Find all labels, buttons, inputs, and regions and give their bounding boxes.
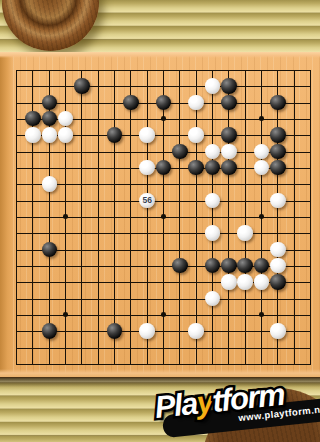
white-stone	[205, 78, 220, 93]
white-stone	[188, 95, 203, 110]
board-point	[204, 258, 220, 274]
black-stone	[42, 242, 57, 257]
white-stone	[254, 274, 269, 289]
board-point	[155, 160, 171, 176]
star-point	[57, 307, 73, 323]
star-point-dot	[161, 116, 166, 121]
board-point	[221, 258, 237, 274]
board-point	[57, 127, 73, 143]
white-stone	[188, 127, 203, 142]
board-point	[41, 94, 57, 110]
white-stone	[58, 127, 73, 142]
white-stone	[270, 323, 285, 338]
white-stone	[221, 144, 236, 159]
star-point-dot	[259, 312, 264, 317]
board-point	[41, 176, 57, 192]
white-stone	[254, 144, 269, 159]
board-point	[204, 192, 220, 208]
white-stone	[237, 225, 252, 240]
last-move-number: 56	[142, 196, 151, 205]
black-stone	[221, 95, 236, 110]
board-point	[270, 94, 286, 110]
star-point	[155, 209, 171, 225]
board-intersections[interactable]: 56	[8, 62, 318, 372]
board-point	[221, 274, 237, 290]
board-point	[25, 111, 41, 127]
white-stone	[270, 193, 285, 208]
star-point	[155, 307, 171, 323]
board-point	[221, 160, 237, 176]
white-stone	[42, 127, 57, 142]
board-point	[41, 323, 57, 339]
board-point	[172, 143, 188, 159]
black-stone	[270, 127, 285, 142]
board-point	[41, 241, 57, 257]
black-stone	[270, 95, 285, 110]
board-point	[106, 127, 122, 143]
board-point	[253, 258, 269, 274]
board-point	[204, 225, 220, 241]
white-stone	[139, 127, 154, 142]
board-point	[123, 94, 139, 110]
white-stone	[42, 176, 57, 191]
black-stone	[188, 160, 203, 175]
board-point	[139, 160, 155, 176]
black-stone	[270, 274, 285, 289]
board-point	[172, 258, 188, 274]
board-point	[139, 127, 155, 143]
black-stone	[156, 160, 171, 175]
board-point	[270, 192, 286, 208]
board-point	[237, 225, 253, 241]
black-stone	[172, 144, 187, 159]
board-point	[270, 241, 286, 257]
board-point: 56	[139, 192, 155, 208]
black-stone	[42, 323, 57, 338]
black-stone	[237, 258, 252, 273]
black-stone	[205, 258, 220, 273]
black-stone	[107, 323, 122, 338]
black-stone	[221, 78, 236, 93]
board-point	[188, 94, 204, 110]
board-point	[74, 78, 90, 94]
white-stone	[58, 111, 73, 126]
black-stone	[172, 258, 187, 273]
board-point	[204, 143, 220, 159]
logo-part-pre: Pla	[153, 386, 198, 425]
board-point	[139, 323, 155, 339]
board-point	[188, 323, 204, 339]
white-stone	[237, 274, 252, 289]
board-top-bevel	[0, 52, 320, 58]
board-point	[270, 127, 286, 143]
board-point	[25, 127, 41, 143]
star-point	[155, 111, 171, 127]
board-point	[188, 160, 204, 176]
black-stone	[221, 258, 236, 273]
black-stone	[270, 160, 285, 175]
board-point	[237, 274, 253, 290]
black-stone	[254, 258, 269, 273]
board-point	[41, 111, 57, 127]
board-point	[204, 78, 220, 94]
board-point	[204, 290, 220, 306]
go-board[interactable]: 56	[0, 52, 320, 378]
star-point-dot	[259, 116, 264, 121]
board-point	[155, 94, 171, 110]
board-point	[253, 274, 269, 290]
board-point	[270, 274, 286, 290]
white-stone	[221, 274, 236, 289]
star-point	[253, 209, 269, 225]
star-point	[57, 209, 73, 225]
last-move-stone: 56	[139, 193, 154, 208]
board-point	[204, 160, 220, 176]
board-point	[221, 127, 237, 143]
star-point-dot	[161, 312, 166, 317]
black-stone	[25, 111, 40, 126]
white-stone	[205, 193, 220, 208]
board-point	[270, 160, 286, 176]
board-point	[221, 94, 237, 110]
board-point	[221, 78, 237, 94]
black-stone	[205, 160, 220, 175]
white-stone	[205, 225, 220, 240]
white-stone	[205, 144, 220, 159]
board-point	[253, 160, 269, 176]
black-stone	[270, 144, 285, 159]
board-point	[270, 258, 286, 274]
white-stone	[270, 242, 285, 257]
black-stone	[221, 127, 236, 142]
white-stone	[139, 160, 154, 175]
board-point	[221, 143, 237, 159]
black-stone	[123, 95, 138, 110]
star-point-dot	[259, 214, 264, 219]
board-point	[106, 323, 122, 339]
board-point	[270, 323, 286, 339]
white-stone	[270, 258, 285, 273]
board-point	[57, 111, 73, 127]
board-point	[188, 127, 204, 143]
board-point	[253, 143, 269, 159]
board-point	[41, 127, 57, 143]
black-stone	[74, 78, 89, 93]
star-point-dot	[63, 214, 68, 219]
star-point-dot	[63, 312, 68, 317]
board-point	[237, 258, 253, 274]
white-stone	[139, 323, 154, 338]
white-stone	[188, 323, 203, 338]
black-stone	[42, 95, 57, 110]
star-point	[253, 111, 269, 127]
white-stone	[25, 127, 40, 142]
black-stone	[42, 111, 57, 126]
board-point	[270, 143, 286, 159]
go-app-screen: 56 Playtform www.playtform.net	[0, 0, 320, 442]
star-point-dot	[161, 214, 166, 219]
black-stone	[107, 127, 122, 142]
black-stone	[156, 95, 171, 110]
white-stone	[205, 291, 220, 306]
star-point	[253, 307, 269, 323]
black-stone	[221, 160, 236, 175]
white-stone	[254, 160, 269, 175]
